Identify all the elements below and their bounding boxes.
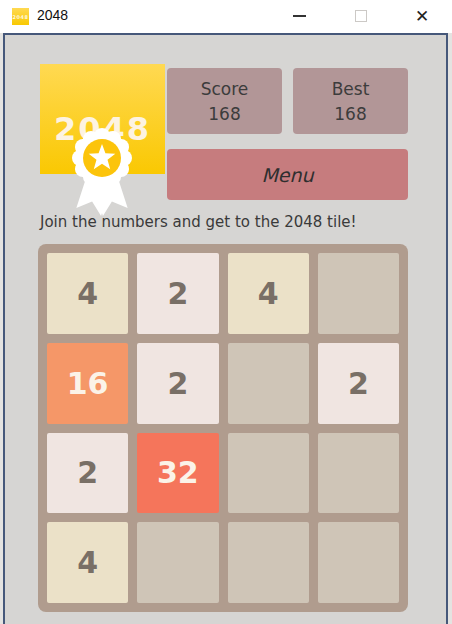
title-bar: 2048 2048 ✕ [0, 0, 452, 33]
empty-cell [318, 433, 399, 514]
tagline: Join the numbers and get to the 2048 til… [40, 213, 357, 231]
best-label: Best [332, 79, 370, 99]
tile-2: 2 [137, 343, 218, 424]
tile-4: 4 [228, 253, 309, 334]
score-value: 168 [208, 104, 240, 124]
app-icon: 2048 [12, 8, 29, 25]
tile-32: 32 [137, 433, 218, 514]
score-label: Score [201, 79, 249, 99]
minimize-icon[interactable] [293, 15, 306, 17]
empty-cell [228, 433, 309, 514]
best-box: Best 168 [293, 68, 408, 134]
empty-cell [318, 253, 399, 334]
menu-button[interactable]: Menu [167, 149, 408, 200]
tile-4: 4 [47, 253, 128, 334]
window-body: 2048 Score 168 [3, 33, 448, 624]
tile-4: 4 [47, 522, 128, 603]
game-logo: 2048 [40, 64, 165, 174]
best-value: 168 [334, 104, 366, 124]
app-icon-text: 2048 [13, 14, 29, 20]
logo-text: 2048 [40, 110, 165, 148]
tile-2: 2 [137, 253, 218, 334]
tile-16: 16 [47, 343, 128, 424]
empty-cell [228, 343, 309, 424]
tile-2: 2 [318, 343, 399, 424]
board[interactable]: 42416222324 [38, 244, 408, 612]
window-title: 2048 [37, 7, 68, 23]
empty-cell [228, 522, 309, 603]
score-box: Score 168 [167, 68, 282, 134]
empty-cell [318, 522, 399, 603]
close-icon[interactable]: ✕ [411, 5, 433, 27]
maximize-icon[interactable] [355, 10, 367, 22]
empty-cell [137, 522, 218, 603]
tile-2: 2 [47, 433, 128, 514]
